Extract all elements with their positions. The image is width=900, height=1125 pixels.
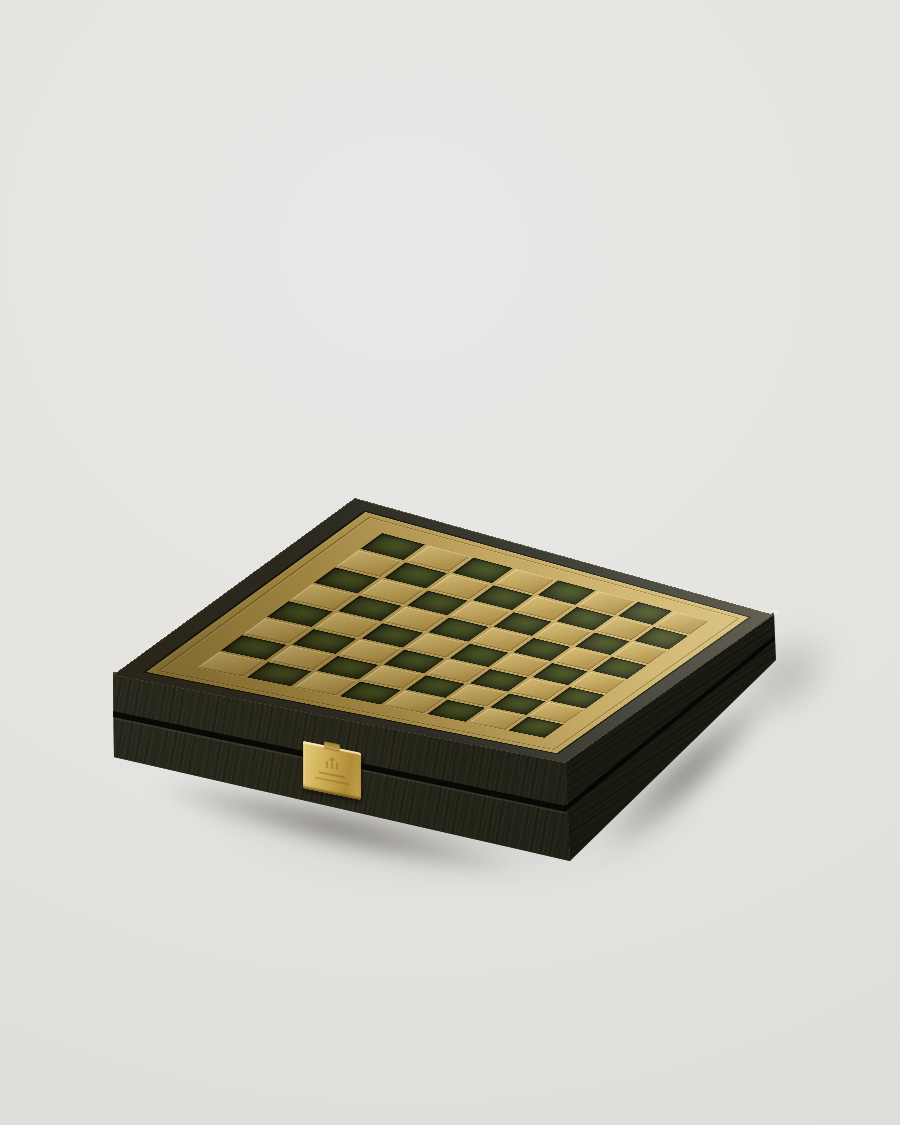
brand-engraving-icon — [312, 754, 352, 788]
clasp-latch-tab — [324, 741, 340, 750]
chess-board-lid — [113, 498, 774, 763]
studio-background — [0, 0, 900, 1125]
brass-clasp — [303, 741, 361, 800]
chess-board — [198, 533, 709, 738]
